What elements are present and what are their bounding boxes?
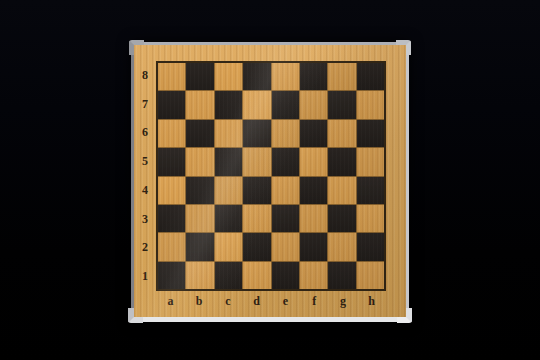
square-b2[interactable] <box>186 233 213 260</box>
rank-labels: 87654321 <box>134 61 156 291</box>
playing-area <box>156 61 386 291</box>
square-e5[interactable] <box>272 148 299 175</box>
square-b1[interactable] <box>186 262 213 289</box>
board-wood-border: 87654321 abcdefgh <box>134 45 406 317</box>
square-h1[interactable] <box>357 262 384 289</box>
square-h3[interactable] <box>357 205 384 232</box>
square-h7[interactable] <box>357 91 384 118</box>
square-f4[interactable] <box>300 177 327 204</box>
square-a2[interactable] <box>158 233 185 260</box>
square-f5[interactable] <box>300 148 327 175</box>
rank-label-4: 4 <box>134 176 156 205</box>
square-b3[interactable] <box>186 205 213 232</box>
rank-label-8: 8 <box>134 61 156 90</box>
square-a7[interactable] <box>158 91 185 118</box>
square-d2[interactable] <box>243 233 270 260</box>
square-d5[interactable] <box>243 148 270 175</box>
square-c2[interactable] <box>215 233 242 260</box>
square-a1[interactable] <box>158 262 185 289</box>
square-g1[interactable] <box>328 262 355 289</box>
square-g3[interactable] <box>328 205 355 232</box>
square-c4[interactable] <box>215 177 242 204</box>
square-b6[interactable] <box>186 120 213 147</box>
square-g4[interactable] <box>328 177 355 204</box>
square-a4[interactable] <box>158 177 185 204</box>
file-label-b: b <box>185 291 214 315</box>
square-h6[interactable] <box>357 120 384 147</box>
square-e8[interactable] <box>272 63 299 90</box>
rank-label-5: 5 <box>134 147 156 176</box>
photo-background: 87654321 abcdefgh <box>0 0 540 360</box>
square-f8[interactable] <box>300 63 327 90</box>
square-b5[interactable] <box>186 148 213 175</box>
square-g6[interactable] <box>328 120 355 147</box>
rank-label-7: 7 <box>134 90 156 119</box>
square-a5[interactable] <box>158 148 185 175</box>
square-h8[interactable] <box>357 63 384 90</box>
square-b7[interactable] <box>186 91 213 118</box>
file-label-f: f <box>300 291 329 315</box>
square-e2[interactable] <box>272 233 299 260</box>
square-d4[interactable] <box>243 177 270 204</box>
square-f6[interactable] <box>300 120 327 147</box>
square-d1[interactable] <box>243 262 270 289</box>
square-e3[interactable] <box>272 205 299 232</box>
square-a6[interactable] <box>158 120 185 147</box>
squares-grid <box>158 63 384 289</box>
square-e4[interactable] <box>272 177 299 204</box>
square-e6[interactable] <box>272 120 299 147</box>
square-h4[interactable] <box>357 177 384 204</box>
chessboard: 87654321 abcdefgh <box>131 42 409 322</box>
rank-label-6: 6 <box>134 119 156 148</box>
square-c5[interactable] <box>215 148 242 175</box>
square-e7[interactable] <box>272 91 299 118</box>
file-label-c: c <box>214 291 243 315</box>
file-label-d: d <box>242 291 271 315</box>
square-f1[interactable] <box>300 262 327 289</box>
square-g7[interactable] <box>328 91 355 118</box>
file-labels: abcdefgh <box>156 291 386 315</box>
square-a3[interactable] <box>158 205 185 232</box>
square-c8[interactable] <box>215 63 242 90</box>
rank-label-3: 3 <box>134 205 156 234</box>
square-f2[interactable] <box>300 233 327 260</box>
square-h2[interactable] <box>357 233 384 260</box>
square-b4[interactable] <box>186 177 213 204</box>
square-h5[interactable] <box>357 148 384 175</box>
file-label-e: e <box>271 291 300 315</box>
square-g8[interactable] <box>328 63 355 90</box>
square-a8[interactable] <box>158 63 185 90</box>
square-f7[interactable] <box>300 91 327 118</box>
square-d3[interactable] <box>243 205 270 232</box>
rank-label-2: 2 <box>134 234 156 263</box>
square-c3[interactable] <box>215 205 242 232</box>
square-f3[interactable] <box>300 205 327 232</box>
square-g5[interactable] <box>328 148 355 175</box>
square-g2[interactable] <box>328 233 355 260</box>
file-label-h: h <box>357 291 386 315</box>
square-e1[interactable] <box>272 262 299 289</box>
rank-label-1: 1 <box>134 262 156 291</box>
file-label-a: a <box>156 291 185 315</box>
square-c6[interactable] <box>215 120 242 147</box>
square-c1[interactable] <box>215 262 242 289</box>
square-d7[interactable] <box>243 91 270 118</box>
square-d8[interactable] <box>243 63 270 90</box>
square-d6[interactable] <box>243 120 270 147</box>
square-b8[interactable] <box>186 63 213 90</box>
square-c7[interactable] <box>215 91 242 118</box>
file-label-g: g <box>329 291 358 315</box>
